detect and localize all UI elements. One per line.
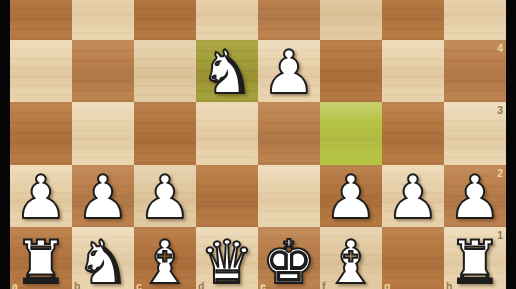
square-e1[interactable]: ♚e	[258, 227, 320, 289]
white-rook[interactable]: ♜	[14, 232, 68, 289]
rank-label-4: 4	[497, 42, 503, 54]
square-b4[interactable]	[72, 40, 134, 102]
wood-grain-overlay	[10, 40, 72, 102]
square-g1[interactable]: g	[382, 227, 444, 289]
wood-grain-overlay	[382, 0, 444, 40]
square-b5[interactable]	[72, 0, 134, 40]
white-pawn[interactable]: ♟	[386, 167, 440, 227]
square-b1[interactable]: ♞b	[72, 227, 134, 289]
wood-grain-overlay	[444, 40, 506, 102]
white-bishop[interactable]: ♝	[138, 232, 192, 289]
white-knight[interactable]: ♞	[200, 42, 254, 102]
square-f1[interactable]: ♝f	[320, 227, 382, 289]
square-f2[interactable]: ♟	[320, 165, 382, 227]
wood-grain-overlay	[196, 0, 258, 40]
square-b3[interactable]	[72, 102, 134, 164]
letterbox-left	[0, 0, 10, 289]
chess-board: 8765♞♟43♟♟♟♟♟♟2♜a♞b♝c♛d♚e♝fg♜1h	[10, 0, 506, 289]
wood-grain-overlay	[72, 102, 134, 164]
letterbox-right	[506, 0, 516, 289]
wood-grain-overlay	[134, 102, 196, 164]
square-c5[interactable]	[134, 0, 196, 40]
square-f4[interactable]	[320, 40, 382, 102]
wood-grain-overlay	[10, 102, 72, 164]
white-pawn[interactable]: ♟	[138, 167, 192, 227]
white-rook[interactable]: ♜	[448, 232, 502, 289]
square-b2[interactable]: ♟	[72, 165, 134, 227]
white-knight[interactable]: ♞	[76, 232, 130, 289]
wood-grain-overlay	[196, 165, 258, 227]
square-d1[interactable]: ♛d	[196, 227, 258, 289]
square-g2[interactable]: ♟	[382, 165, 444, 227]
square-e3[interactable]	[258, 102, 320, 164]
square-h2[interactable]: ♟2	[444, 165, 506, 227]
wood-grain-overlay	[258, 102, 320, 164]
white-pawn[interactable]: ♟	[448, 167, 502, 227]
white-king[interactable]: ♚	[262, 232, 316, 289]
square-h5[interactable]: 5	[444, 0, 506, 40]
square-d5[interactable]	[196, 0, 258, 40]
white-bishop[interactable]: ♝	[324, 232, 378, 289]
square-a1[interactable]: ♜a	[10, 227, 72, 289]
square-a3[interactable]	[10, 102, 72, 164]
square-h3[interactable]: 3	[444, 102, 506, 164]
wood-grain-overlay	[382, 227, 444, 289]
white-pawn[interactable]: ♟	[262, 42, 316, 102]
wood-grain-overlay	[72, 0, 134, 40]
square-h4[interactable]: 4	[444, 40, 506, 102]
square-g4[interactable]	[382, 40, 444, 102]
white-queen[interactable]: ♛	[200, 232, 254, 289]
square-c4[interactable]	[134, 40, 196, 102]
square-h1[interactable]: ♜1h	[444, 227, 506, 289]
white-pawn[interactable]: ♟	[76, 167, 130, 227]
square-g5[interactable]	[382, 0, 444, 40]
rank-label-3: 3	[497, 104, 503, 116]
file-label-g: g	[384, 280, 390, 289]
square-g3[interactable]	[382, 102, 444, 164]
square-d4[interactable]: ♞	[196, 40, 258, 102]
wood-grain-overlay	[10, 0, 72, 40]
white-pawn[interactable]: ♟	[324, 167, 378, 227]
wood-grain-overlay	[444, 102, 506, 164]
wood-grain-overlay	[320, 102, 382, 164]
wood-grain-overlay	[134, 0, 196, 40]
square-e2[interactable]	[258, 165, 320, 227]
wood-grain-overlay	[196, 102, 258, 164]
square-e4[interactable]: ♟	[258, 40, 320, 102]
square-a4[interactable]	[10, 40, 72, 102]
square-d2[interactable]	[196, 165, 258, 227]
square-e5[interactable]	[258, 0, 320, 40]
wood-grain-overlay	[258, 0, 320, 40]
square-a2[interactable]: ♟	[10, 165, 72, 227]
wood-grain-overlay	[444, 0, 506, 40]
wood-grain-overlay	[258, 165, 320, 227]
wood-grain-overlay	[382, 40, 444, 102]
wood-grain-overlay	[72, 40, 134, 102]
square-f5[interactable]	[320, 0, 382, 40]
square-a5[interactable]	[10, 0, 72, 40]
white-pawn[interactable]: ♟	[14, 167, 68, 227]
wood-grain-overlay	[134, 40, 196, 102]
square-c1[interactable]: ♝c	[134, 227, 196, 289]
wood-grain-overlay	[320, 40, 382, 102]
square-c2[interactable]: ♟	[134, 165, 196, 227]
square-f3[interactable]	[320, 102, 382, 164]
square-d3[interactable]	[196, 102, 258, 164]
square-c3[interactable]	[134, 102, 196, 164]
wood-grain-overlay	[382, 102, 444, 164]
wood-grain-overlay	[320, 0, 382, 40]
chessboard-viewport: 8765♞♟43♟♟♟♟♟♟2♜a♞b♝c♛d♚e♝fg♜1h	[0, 0, 516, 289]
